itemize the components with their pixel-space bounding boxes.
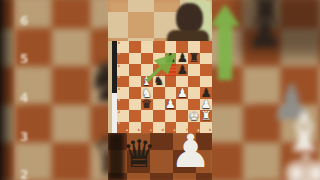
danger-stripes	[165, 64, 177, 76]
square-h6	[200, 64, 212, 76]
square-g5	[188, 76, 200, 88]
square-b6	[129, 64, 141, 76]
square-e2	[165, 110, 177, 122]
square-b3	[129, 99, 141, 111]
square-d7	[153, 53, 165, 65]
square-g4	[188, 87, 200, 99]
coord-rank-8: 8	[118, 42, 120, 45]
coord-file-c: c	[150, 129, 152, 132]
square-g7: ♜	[188, 53, 200, 65]
square-a2: 2	[117, 110, 129, 122]
coord-file-d: d	[162, 129, 164, 132]
square-f3	[176, 99, 188, 111]
square-a4: 4	[117, 87, 129, 99]
square-d8	[153, 41, 165, 53]
square-f2	[176, 110, 188, 122]
square-a5: 5	[117, 76, 129, 88]
square-b7	[129, 53, 141, 65]
square-c1: c	[141, 122, 153, 134]
square-b2	[129, 110, 141, 122]
square-e3: ♟	[165, 99, 177, 111]
square-c2	[141, 110, 153, 122]
square-a1: 1a	[117, 122, 129, 134]
coord-file-f: f	[186, 129, 187, 132]
coord-rank-1: 1	[118, 122, 120, 125]
piece-black-pawn: ♟	[165, 53, 177, 65]
coord-file-h: h	[209, 129, 211, 132]
square-g1: g	[188, 122, 200, 134]
fgpiece-black-queen-icon: ♛	[122, 135, 156, 173]
bg-rank-label-4: 4	[20, 91, 28, 105]
square-b8	[129, 41, 141, 53]
arrow-shaft	[218, 24, 232, 80]
square-a7: 7	[117, 53, 129, 65]
coord-rank-3: 3	[118, 99, 120, 102]
piece-white-rook: ♜	[200, 110, 212, 122]
square-d1: d	[153, 122, 165, 134]
coord-file-a: a	[126, 129, 128, 132]
square-a6: 6	[117, 64, 129, 76]
square-d4	[153, 87, 165, 99]
square-g6	[188, 64, 200, 76]
square-d3	[153, 99, 165, 111]
square-h7	[200, 53, 212, 65]
shorts-video-frame: 65432 ♞♛♜♟♟♝♚ 87♟♟♜6♟5♝♞4♞♟♟3♛♟♟2♚♜1abcd…	[0, 0, 320, 180]
square-e1: e	[165, 122, 177, 134]
piece-white-king: ♚	[188, 110, 200, 122]
fgpiece-white-pawn-icon: ♟	[170, 133, 211, 174]
piece-black-rook: ♜	[188, 53, 200, 65]
square-c3: ♛	[141, 99, 153, 111]
bg-rank-label-3: 3	[20, 130, 28, 144]
coord-rank-5: 5	[118, 76, 120, 79]
board: 87♟♟♜6♟5♝♞4♞♟♟3♛♟♟2♚♜1abcdefgh	[117, 41, 212, 133]
square-b5	[129, 76, 141, 88]
bgpiece-white-king-icon: ♚	[280, 146, 320, 180]
square-e6	[165, 64, 177, 76]
square-f6: ♟	[176, 64, 188, 76]
square-h2: ♜	[200, 110, 212, 122]
video-lower-scene: ♛♟	[108, 133, 212, 180]
square-g2: ♚	[188, 110, 200, 122]
coord-file-b: b	[138, 129, 140, 132]
coord-rank-2: 2	[118, 111, 120, 114]
square-c8	[141, 41, 153, 53]
coord-rank-7: 7	[118, 53, 120, 56]
square-f1: f	[176, 122, 188, 134]
square-b1: b	[129, 122, 141, 134]
bg-rank-label-5: 5	[20, 52, 28, 66]
square-f4: ♟	[176, 87, 188, 99]
person-shoulders	[167, 30, 209, 41]
square-e5	[165, 76, 177, 88]
video-strip: 87♟♟♜6♟5♝♞4♞♟♟3♛♟♟2♚♜1abcdefgh ♛♟	[108, 0, 212, 180]
big-green-arrow-icon	[210, 4, 240, 82]
square-e7: ♟	[165, 53, 177, 65]
square-d5: ♞	[153, 76, 165, 88]
square-a3: 3	[117, 99, 129, 111]
square-h1: h	[200, 122, 212, 134]
piece-black-knight: ♞	[153, 76, 165, 88]
bg-rank-label-2: 2	[20, 168, 28, 180]
square-d2	[153, 110, 165, 122]
coord-file-g: g	[197, 129, 199, 132]
coord-file-e: e	[174, 129, 176, 132]
webcam-scene	[108, 0, 212, 41]
piece-black-queen: ♛	[141, 99, 153, 111]
square-a8: 8	[117, 41, 129, 53]
piece-black-pawn: ♟	[176, 64, 188, 76]
arrow-head	[210, 4, 240, 26]
square-c7	[141, 53, 153, 65]
piece-white-pawn: ♟	[165, 99, 177, 111]
coord-rank-4: 4	[118, 88, 120, 91]
coord-rank-6: 6	[118, 65, 120, 68]
square-b4	[129, 87, 141, 99]
piece-white-pawn: ♟	[176, 87, 188, 99]
bgpiece-black-pawn-icon: ♟	[247, 13, 283, 53]
square-h8	[200, 41, 212, 53]
bg-rank-label-6: 6	[20, 14, 28, 28]
